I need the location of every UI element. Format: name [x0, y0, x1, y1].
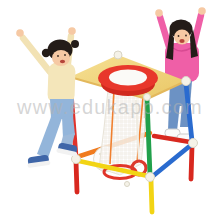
tube-yellow-front-foot	[151, 180, 152, 212]
scene-illustration	[0, 0, 220, 220]
left-child-hand	[68, 27, 76, 35]
connector-joint	[114, 51, 122, 59]
tube-blue-bottom	[153, 145, 191, 176]
left-child-shoe	[26, 154, 50, 168]
eye	[178, 35, 180, 37]
tube-blue-right-leg	[186, 84, 192, 141]
eye	[57, 55, 59, 57]
mouth	[60, 60, 65, 64]
product-photo: www.edukapp.com	[0, 0, 220, 220]
tube-red-right-foot	[191, 146, 192, 179]
right-child-hand	[198, 7, 206, 15]
eye	[185, 35, 187, 37]
mouth	[179, 39, 184, 43]
connector-joint	[182, 77, 191, 86]
tube-green-front-leg	[147, 99, 150, 175]
eye	[64, 54, 66, 56]
connector-joint	[144, 94, 151, 101]
left-child	[16, 27, 79, 168]
left-child-pigtail	[71, 40, 79, 48]
connector-joint	[125, 182, 130, 187]
tube-red-left-foot	[76, 161, 77, 192]
hoop-hole	[109, 70, 147, 86]
left-child-jeans	[50, 99, 74, 119]
left-child-hand	[16, 29, 24, 37]
left-child-face	[52, 50, 70, 66]
left-child-shirt	[47, 63, 75, 104]
right-child-jeans-leg	[168, 104, 180, 131]
connector-joint	[146, 173, 155, 182]
right-child-hand	[155, 9, 163, 17]
connector-joint	[189, 139, 198, 148]
